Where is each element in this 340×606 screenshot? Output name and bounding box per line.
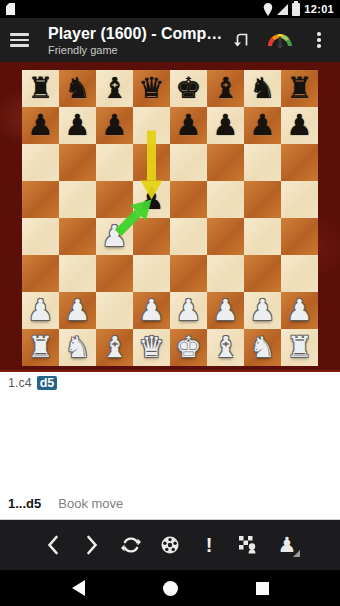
square-b8[interactable]: ♞ bbox=[59, 70, 96, 107]
overflow-menu-icon[interactable] bbox=[306, 27, 332, 53]
black-pawn: ♟ bbox=[250, 107, 276, 144]
white-rook: ♜ bbox=[28, 329, 54, 366]
switch-sides-icon[interactable] bbox=[117, 529, 145, 561]
square-b7[interactable]: ♟ bbox=[59, 107, 96, 144]
cell-signal-icon bbox=[277, 4, 288, 15]
page-title: Player (1600) - Comp… bbox=[48, 25, 222, 43]
white-bishop: ♝ bbox=[102, 329, 128, 366]
square-f4[interactable] bbox=[207, 218, 244, 255]
autoplay-wheel-icon[interactable] bbox=[156, 529, 184, 561]
app-bar: Player (1600) - Comp… Friendly game bbox=[0, 18, 340, 62]
white-bishop: ♝ bbox=[213, 329, 239, 366]
white-queen: ♛ bbox=[139, 329, 165, 366]
square-a4[interactable] bbox=[22, 218, 59, 255]
engine-move-icon[interactable]: ♟ bbox=[273, 529, 301, 561]
square-h1[interactable]: ♜ bbox=[281, 329, 318, 366]
square-b1[interactable]: ♞ bbox=[59, 329, 96, 366]
move-list: 1.c4 d5 bbox=[8, 376, 332, 390]
black-pawn: ♟ bbox=[213, 107, 239, 144]
square-c7[interactable]: ♟ bbox=[96, 107, 133, 144]
white-pawn: ♟ bbox=[28, 292, 54, 329]
white-pawn: ♟ bbox=[287, 292, 313, 329]
move-token[interactable]: 1.c4 bbox=[8, 376, 32, 390]
square-c4[interactable]: ♟ bbox=[96, 218, 133, 255]
square-c5[interactable] bbox=[96, 181, 133, 218]
android-nav-bar bbox=[0, 570, 340, 606]
menu-hamburger-icon[interactable] bbox=[10, 28, 34, 52]
square-h3[interactable] bbox=[281, 255, 318, 292]
white-rook: ♜ bbox=[287, 329, 313, 366]
board-frame: ♜♞♝♛♚♝♞♜♟♟♟♟♟♟♟♟♟♟♟♟♟♟♟♟♜♞♝♛♚♝♞♜ bbox=[0, 62, 340, 372]
status-line: 1...d5 Book move bbox=[8, 496, 332, 511]
selected-move-chip[interactable]: d5 bbox=[37, 376, 58, 390]
white-pawn: ♟ bbox=[65, 292, 91, 329]
current-move-label: 1...d5 bbox=[8, 496, 41, 511]
square-c8[interactable]: ♝ bbox=[96, 70, 133, 107]
square-g5[interactable] bbox=[244, 181, 281, 218]
square-f1[interactable]: ♝ bbox=[207, 329, 244, 366]
square-c3[interactable] bbox=[96, 255, 133, 292]
white-pawn: ♟ bbox=[250, 292, 276, 329]
moves-panel: 1.c4 d5 1...d5 Book move bbox=[0, 372, 340, 520]
square-d6[interactable] bbox=[133, 144, 170, 181]
square-b5[interactable] bbox=[59, 181, 96, 218]
square-a8[interactable]: ♜ bbox=[22, 70, 59, 107]
square-a5[interactable] bbox=[22, 181, 59, 218]
nav-recents-button[interactable] bbox=[256, 582, 269, 595]
white-pawn: ♟ bbox=[102, 218, 128, 255]
square-g6[interactable] bbox=[244, 144, 281, 181]
square-h4[interactable] bbox=[281, 218, 318, 255]
square-f5[interactable] bbox=[207, 181, 244, 218]
book-move-label: Book move bbox=[58, 496, 123, 511]
black-queen: ♛ bbox=[139, 70, 165, 107]
black-pawn: ♟ bbox=[28, 107, 54, 144]
square-e5[interactable] bbox=[170, 181, 207, 218]
square-d5[interactable]: ♟ bbox=[133, 181, 170, 218]
white-pawn: ♟ bbox=[139, 292, 165, 329]
black-pawn: ♟ bbox=[176, 107, 202, 144]
black-bishop: ♝ bbox=[102, 70, 128, 107]
square-d2[interactable]: ♟ bbox=[133, 292, 170, 329]
status-bar: 12:01 bbox=[0, 0, 340, 18]
black-pawn: ♟ bbox=[287, 107, 313, 144]
square-e8[interactable]: ♚ bbox=[170, 70, 207, 107]
nav-home-button[interactable] bbox=[163, 581, 178, 596]
square-g4[interactable] bbox=[244, 218, 281, 255]
square-e4[interactable] bbox=[170, 218, 207, 255]
square-c1[interactable]: ♝ bbox=[96, 329, 133, 366]
square-g7[interactable]: ♟ bbox=[244, 107, 281, 144]
white-knight: ♞ bbox=[250, 329, 276, 366]
square-f2[interactable]: ♟ bbox=[207, 292, 244, 329]
clock-time: 12:01 bbox=[304, 3, 334, 15]
square-f6[interactable] bbox=[207, 144, 244, 181]
square-c2[interactable] bbox=[96, 292, 133, 329]
square-c6[interactable] bbox=[96, 144, 133, 181]
page-subtitle: Friendly game bbox=[48, 44, 222, 56]
phone-screen: 12:01 Player (1600) - Comp… Friendly gam… bbox=[0, 0, 340, 606]
black-knight: ♞ bbox=[65, 70, 91, 107]
black-king: ♚ bbox=[176, 70, 202, 107]
square-g1[interactable]: ♞ bbox=[244, 329, 281, 366]
white-pawn: ♟ bbox=[176, 292, 202, 329]
square-h2[interactable]: ♟ bbox=[281, 292, 318, 329]
square-f8[interactable]: ♝ bbox=[207, 70, 244, 107]
square-b3[interactable] bbox=[59, 255, 96, 292]
setup-position-icon[interactable] bbox=[234, 529, 262, 561]
white-king: ♚ bbox=[176, 329, 202, 366]
square-d3[interactable] bbox=[133, 255, 170, 292]
square-g2[interactable]: ♟ bbox=[244, 292, 281, 329]
dropdown-triangle-icon bbox=[293, 550, 300, 557]
nav-back-button[interactable] bbox=[72, 580, 85, 596]
white-knight: ♞ bbox=[65, 329, 91, 366]
square-a3[interactable] bbox=[22, 255, 59, 292]
location-icon bbox=[263, 3, 273, 16]
square-d8[interactable]: ♛ bbox=[133, 70, 170, 107]
square-d1[interactable]: ♛ bbox=[133, 329, 170, 366]
black-bishop: ♝ bbox=[213, 70, 239, 107]
square-e1[interactable]: ♚ bbox=[170, 329, 207, 366]
black-rook: ♜ bbox=[28, 70, 54, 107]
battery-icon bbox=[292, 3, 300, 16]
black-rook: ♜ bbox=[287, 70, 313, 107]
square-e6[interactable] bbox=[170, 144, 207, 181]
black-pawn: ♟ bbox=[102, 107, 128, 144]
notification-document-icon bbox=[6, 3, 15, 15]
evaluation-gauge-icon[interactable] bbox=[267, 27, 293, 53]
bottom-toolbar: ! ♟ bbox=[0, 520, 340, 570]
prev-move-button[interactable] bbox=[39, 529, 67, 561]
square-d4[interactable] bbox=[133, 218, 170, 255]
square-d7[interactable] bbox=[133, 107, 170, 144]
square-b4[interactable] bbox=[59, 218, 96, 255]
square-h6[interactable] bbox=[281, 144, 318, 181]
white-pawn: ♟ bbox=[213, 292, 239, 329]
square-a2[interactable]: ♟ bbox=[22, 292, 59, 329]
square-g8[interactable]: ♞ bbox=[244, 70, 281, 107]
square-f3[interactable] bbox=[207, 255, 244, 292]
square-e7[interactable]: ♟ bbox=[170, 107, 207, 144]
square-e3[interactable] bbox=[170, 255, 207, 292]
takeback-icon[interactable] bbox=[228, 27, 254, 53]
square-b2[interactable]: ♟ bbox=[59, 292, 96, 329]
square-f7[interactable]: ♟ bbox=[207, 107, 244, 144]
chess-board[interactable]: ♜♞♝♛♚♝♞♜♟♟♟♟♟♟♟♟♟♟♟♟♟♟♟♟♜♞♝♛♚♝♞♜ bbox=[22, 70, 318, 366]
next-move-button[interactable] bbox=[78, 529, 106, 561]
square-h8[interactable]: ♜ bbox=[281, 70, 318, 107]
square-a7[interactable]: ♟ bbox=[22, 107, 59, 144]
black-pawn: ♟ bbox=[65, 107, 91, 144]
square-g3[interactable] bbox=[244, 255, 281, 292]
square-h7[interactable]: ♟ bbox=[281, 107, 318, 144]
black-pawn: ♟ bbox=[139, 181, 165, 218]
square-a1[interactable]: ♜ bbox=[22, 329, 59, 366]
square-a6[interactable] bbox=[22, 144, 59, 181]
square-h5[interactable] bbox=[281, 181, 318, 218]
threat-button[interactable]: ! bbox=[195, 529, 223, 561]
black-knight: ♞ bbox=[250, 70, 276, 107]
square-b6[interactable] bbox=[59, 144, 96, 181]
square-e2[interactable]: ♟ bbox=[170, 292, 207, 329]
